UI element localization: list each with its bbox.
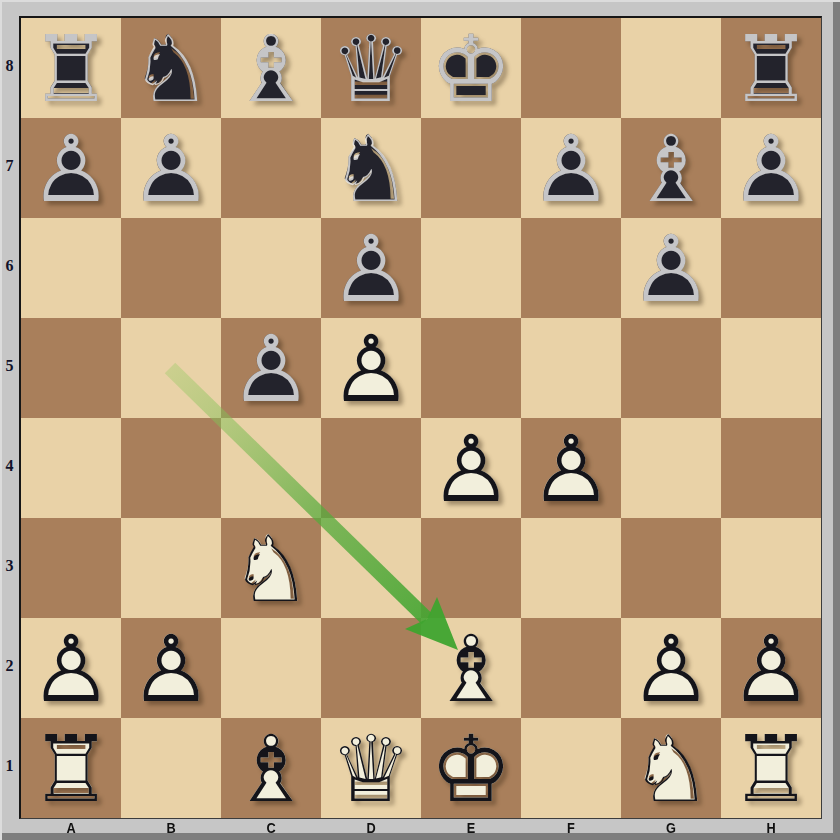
square-e8[interactable]: ♚♔ <box>421 18 521 118</box>
square-a1[interactable]: ♜♖ <box>21 718 121 818</box>
black-bishop[interactable]: ♝♗ <box>221 18 321 118</box>
piece-outline: ♘ <box>121 18 221 118</box>
file-coordinates: ABCDEFGH <box>21 819 821 835</box>
square-g6[interactable]: ♟♙ <box>621 218 721 318</box>
white-pawn[interactable]: ♟♙ <box>621 618 721 718</box>
white-knight[interactable]: ♞♘ <box>221 518 321 618</box>
piece-outline: ♖ <box>721 718 821 818</box>
square-e6[interactable] <box>421 218 521 318</box>
square-d8[interactable]: ♛♕ <box>321 18 421 118</box>
piece-outline: ♙ <box>421 418 521 518</box>
square-b8[interactable]: ♞♘ <box>121 18 221 118</box>
piece-outline: ♙ <box>721 118 821 218</box>
black-pawn[interactable]: ♟♙ <box>321 218 421 318</box>
file-label-e: E <box>429 819 514 835</box>
square-f4[interactable]: ♟♙ <box>521 418 621 518</box>
black-pawn[interactable]: ♟♙ <box>21 118 121 218</box>
white-rook[interactable]: ♜♖ <box>21 718 121 818</box>
white-king[interactable]: ♚♔ <box>421 718 521 818</box>
square-c8[interactable]: ♝♗ <box>221 18 321 118</box>
square-a5[interactable] <box>21 318 121 418</box>
square-f8[interactable] <box>521 18 621 118</box>
chess-board-window: ♜♖♞♘♝♗♛♕♚♔♜♖♟♙♟♙♞♘♟♙♝♗♟♙♟♙♟♙♟♙♟♙♟♙♟♙♞♘♟♙… <box>0 0 840 840</box>
piece-outline: ♙ <box>221 318 321 418</box>
square-c3[interactable]: ♞♘ <box>221 518 321 618</box>
black-pawn[interactable]: ♟♙ <box>521 118 621 218</box>
rank-label-1: 1 <box>0 716 19 816</box>
white-queen[interactable]: ♛♕ <box>321 718 421 818</box>
piece-outline: ♙ <box>21 118 121 218</box>
piece-outline: ♕ <box>321 718 421 818</box>
piece-outline: ♗ <box>221 18 321 118</box>
file-label-b: B <box>129 819 214 835</box>
square-f5[interactable] <box>521 318 621 418</box>
chess-board: ♜♖♞♘♝♗♛♕♚♔♜♖♟♙♟♙♞♘♟♙♝♗♟♙♟♙♟♙♟♙♟♙♟♙♟♙♞♘♟♙… <box>19 16 822 819</box>
file-label-a: A <box>29 819 114 835</box>
square-d4[interactable] <box>321 418 421 518</box>
white-pawn[interactable]: ♟♙ <box>21 618 121 718</box>
file-label-g: G <box>629 819 714 835</box>
square-h8[interactable]: ♜♖ <box>721 18 821 118</box>
piece-outline: ♖ <box>721 18 821 118</box>
black-knight[interactable]: ♞♘ <box>321 118 421 218</box>
white-knight[interactable]: ♞♘ <box>621 718 721 818</box>
piece-outline: ♙ <box>121 618 221 718</box>
square-e1[interactable]: ♚♔ <box>421 718 521 818</box>
white-rook[interactable]: ♜♖ <box>721 718 821 818</box>
square-h6[interactable] <box>721 218 821 318</box>
piece-outline: ♘ <box>221 518 321 618</box>
square-b6[interactable] <box>121 218 221 318</box>
piece-outline: ♙ <box>521 118 621 218</box>
square-b5[interactable] <box>121 318 221 418</box>
file-label-h: H <box>729 819 814 835</box>
square-a2[interactable]: ♟♙ <box>21 618 121 718</box>
piece-outline: ♗ <box>621 118 721 218</box>
square-g7[interactable]: ♝♗ <box>621 118 721 218</box>
square-d3[interactable] <box>321 518 421 618</box>
rank-label-7: 7 <box>0 116 19 216</box>
square-a7[interactable]: ♟♙ <box>21 118 121 218</box>
white-pawn[interactable]: ♟♙ <box>321 318 421 418</box>
square-b2[interactable]: ♟♙ <box>121 618 221 718</box>
white-pawn[interactable]: ♟♙ <box>721 618 821 718</box>
square-a8[interactable]: ♜♖ <box>21 18 121 118</box>
square-g2[interactable]: ♟♙ <box>621 618 721 718</box>
white-pawn[interactable]: ♟♙ <box>121 618 221 718</box>
square-h5[interactable] <box>721 318 821 418</box>
black-knight[interactable]: ♞♘ <box>121 18 221 118</box>
square-d5[interactable]: ♟♙ <box>321 318 421 418</box>
piece-outline: ♗ <box>221 718 321 818</box>
square-e3[interactable] <box>421 518 521 618</box>
square-c5[interactable]: ♟♙ <box>221 318 321 418</box>
piece-outline: ♘ <box>321 118 421 218</box>
rank-label-8: 8 <box>0 16 19 116</box>
piece-outline: ♙ <box>321 318 421 418</box>
piece-outline: ♕ <box>321 18 421 118</box>
rank-label-5: 5 <box>0 316 19 416</box>
file-label-d: D <box>329 819 414 835</box>
piece-outline: ♙ <box>621 618 721 718</box>
square-f2[interactable] <box>521 618 621 718</box>
black-king[interactable]: ♚♔ <box>421 18 521 118</box>
square-g5[interactable] <box>621 318 721 418</box>
black-pawn[interactable]: ♟♙ <box>221 318 321 418</box>
square-f3[interactable] <box>521 518 621 618</box>
square-h7[interactable]: ♟♙ <box>721 118 821 218</box>
square-c2[interactable] <box>221 618 321 718</box>
black-pawn[interactable]: ♟♙ <box>721 118 821 218</box>
square-a3[interactable] <box>21 518 121 618</box>
rank-label-3: 3 <box>0 516 19 616</box>
square-d2[interactable] <box>321 618 421 718</box>
white-pawn[interactable]: ♟♙ <box>521 418 621 518</box>
square-g1[interactable]: ♞♘ <box>621 718 721 818</box>
square-g8[interactable] <box>621 18 721 118</box>
square-h1[interactable]: ♜♖ <box>721 718 821 818</box>
piece-outline: ♙ <box>621 218 721 318</box>
piece-outline: ♙ <box>521 418 621 518</box>
square-c6[interactable] <box>221 218 321 318</box>
square-h4[interactable] <box>721 418 821 518</box>
square-f6[interactable] <box>521 218 621 318</box>
square-g4[interactable] <box>621 418 721 518</box>
piece-outline: ♔ <box>421 18 521 118</box>
black-bishop[interactable]: ♝♗ <box>621 118 721 218</box>
square-b1[interactable] <box>121 718 221 818</box>
piece-outline: ♙ <box>721 618 821 718</box>
square-g3[interactable] <box>621 518 721 618</box>
square-d7[interactable]: ♞♘ <box>321 118 421 218</box>
square-d1[interactable]: ♛♕ <box>321 718 421 818</box>
piece-outline: ♙ <box>21 618 121 718</box>
black-queen[interactable]: ♛♕ <box>321 18 421 118</box>
piece-outline: ♖ <box>21 718 121 818</box>
square-h2[interactable]: ♟♙ <box>721 618 821 718</box>
rank-label-6: 6 <box>0 216 19 316</box>
rank-label-4: 4 <box>0 416 19 516</box>
square-b3[interactable] <box>121 518 221 618</box>
file-label-f: F <box>529 819 614 835</box>
square-c4[interactable] <box>221 418 321 518</box>
square-e4[interactable]: ♟♙ <box>421 418 521 518</box>
piece-outline: ♙ <box>321 218 421 318</box>
black-pawn[interactable]: ♟♙ <box>621 218 721 318</box>
piece-outline: ♗ <box>421 618 521 718</box>
white-bishop[interactable]: ♝♗ <box>221 718 321 818</box>
square-a6[interactable] <box>21 218 121 318</box>
square-e7[interactable] <box>421 118 521 218</box>
black-rook[interactable]: ♜♖ <box>21 18 121 118</box>
square-f7[interactable]: ♟♙ <box>521 118 621 218</box>
square-b4[interactable] <box>121 418 221 518</box>
square-f1[interactable] <box>521 718 621 818</box>
rank-label-2: 2 <box>0 616 19 716</box>
square-a4[interactable] <box>21 418 121 518</box>
white-bishop[interactable]: ♝♗ <box>421 618 521 718</box>
rank-coordinates: 87654321 <box>0 16 19 816</box>
square-h3[interactable] <box>721 518 821 618</box>
black-rook[interactable]: ♜♖ <box>721 18 821 118</box>
piece-outline: ♖ <box>21 18 121 118</box>
square-c7[interactable] <box>221 118 321 218</box>
black-pawn[interactable]: ♟♙ <box>121 118 221 218</box>
square-e5[interactable] <box>421 318 521 418</box>
piece-outline: ♘ <box>621 718 721 818</box>
square-b7[interactable]: ♟♙ <box>121 118 221 218</box>
file-label-c: C <box>229 819 314 835</box>
white-pawn[interactable]: ♟♙ <box>421 418 521 518</box>
piece-outline: ♙ <box>121 118 221 218</box>
square-e2[interactable]: ♝♗ <box>421 618 521 718</box>
square-c1[interactable]: ♝♗ <box>221 718 321 818</box>
square-d6[interactable]: ♟♙ <box>321 218 421 318</box>
piece-outline: ♔ <box>421 718 521 818</box>
